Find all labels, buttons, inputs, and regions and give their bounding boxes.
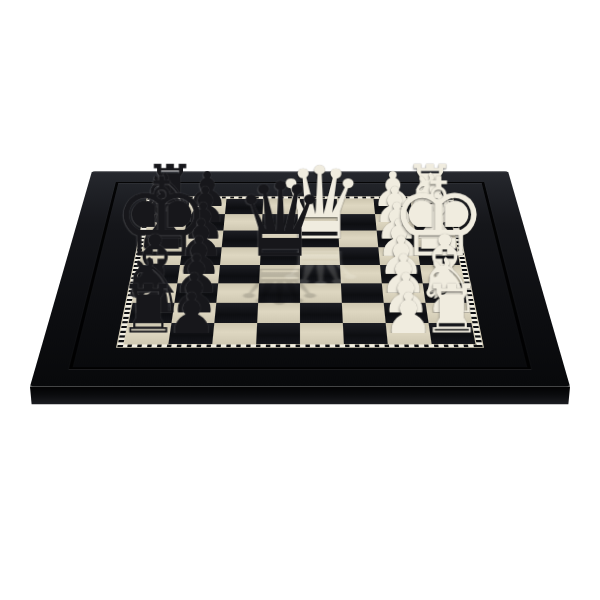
piece-white-pawn-g2: ♟ <box>338 180 452 229</box>
square-e1 <box>417 247 460 265</box>
piece-white-rook-h1: ♜ <box>374 158 485 216</box>
square-c6 <box>216 283 259 302</box>
cell-e8: ♚ <box>140 247 183 265</box>
piece-black-pawn-f7: ♟ <box>145 196 261 246</box>
cell-e7: ♟ <box>180 247 222 265</box>
square-f3 <box>338 231 378 248</box>
square-g3 <box>338 214 377 230</box>
square-a5 <box>256 323 300 344</box>
cell-h8: ♜ <box>150 199 190 215</box>
cell-h7: ♟ <box>187 199 226 215</box>
cell-g1: ♞ <box>413 214 454 230</box>
square-a8 <box>125 323 172 344</box>
piece-white-king-e1: ♚ <box>379 164 498 273</box>
chess-set-product-photo: ♜♞♝♚♝♞♜♟♟♟♟♟♟♟♟♛♛♛♛♟♟♟♟♟♟♟♟♜♞♝♚♝♞♜ <box>0 0 600 600</box>
square-f4 <box>300 231 339 248</box>
square-h6 <box>225 199 263 215</box>
cell-h2: ♟ <box>374 199 413 215</box>
square-c7 <box>174 283 218 302</box>
cell-e5: ♛♛ <box>260 247 300 265</box>
cell-g7: ♟ <box>185 214 225 230</box>
squares-grid <box>125 199 476 344</box>
square-a1 <box>429 323 476 344</box>
square-e4 <box>300 247 340 265</box>
square-b1 <box>426 303 472 323</box>
frame-gloss-highlight <box>93 171 506 172</box>
square-d7 <box>177 265 220 283</box>
piece-white-queen-f4: ♛ <box>261 153 377 254</box>
square-b5 <box>257 303 300 323</box>
square-a7 <box>168 323 214 344</box>
piece-white-pawn-f2: ♟ <box>339 196 455 246</box>
square-g4 <box>300 214 338 230</box>
piece-white-bishop-f1: ♝ <box>377 175 493 251</box>
square-f5 <box>261 231 300 248</box>
square-b4 <box>300 303 343 323</box>
square-g8 <box>147 214 188 230</box>
piece-black-knight-g8: ♞ <box>110 164 224 232</box>
cell-g2: ♟ <box>375 214 415 230</box>
square-g2 <box>375 214 415 230</box>
square-e7 <box>180 247 222 265</box>
piece-black-king-e8: ♚ <box>102 164 221 273</box>
square-a4 <box>300 323 344 344</box>
square-b6 <box>214 303 258 323</box>
square-e8 <box>140 247 183 265</box>
cell-e1: ♚ <box>417 247 460 265</box>
square-h1 <box>410 199 450 215</box>
square-c4 <box>300 283 342 302</box>
cell-f7: ♟ <box>183 231 224 248</box>
square-b2 <box>384 303 429 323</box>
square-f8 <box>143 231 185 248</box>
square-g5 <box>262 214 300 230</box>
square-h2 <box>374 199 413 215</box>
square-e5 <box>260 247 300 265</box>
square-g6 <box>223 214 262 230</box>
playing-area: ♜♞♝♚♝♞♜♟♟♟♟♟♟♟♟♛♛♛♛♟♟♟♟♟♟♟♟♜♞♝♚♝♞♜ <box>116 196 484 348</box>
square-g1 <box>413 214 454 230</box>
cell-e2: ♟ <box>378 247 420 265</box>
cell-h1: ♜ <box>410 199 450 215</box>
decorative-border-top <box>148 197 453 199</box>
square-d2 <box>380 265 423 283</box>
piece-white-pawn-h2: ♟ <box>337 165 448 213</box>
square-f1 <box>415 231 457 248</box>
square-c2 <box>382 283 426 302</box>
square-b3 <box>342 303 386 323</box>
square-c5 <box>258 283 300 302</box>
cell-f8: ♝ <box>143 231 185 248</box>
square-c8 <box>133 283 178 302</box>
square-g7 <box>185 214 225 230</box>
cell-f1: ♝ <box>415 231 457 248</box>
square-c3 <box>341 283 384 302</box>
square-d3 <box>340 265 382 283</box>
cell-g8: ♞ <box>147 214 188 230</box>
square-h5 <box>262 199 300 215</box>
square-d8 <box>136 265 180 283</box>
square-h8 <box>150 199 190 215</box>
piece-white-knight-g1: ♞ <box>376 164 490 232</box>
square-h7 <box>187 199 226 215</box>
square-e2 <box>378 247 420 265</box>
cell-f2: ♟ <box>377 231 418 248</box>
piece-black-pawn-e7: ♟ <box>142 212 261 263</box>
piece-black-pawn-h7: ♟ <box>151 165 262 213</box>
piece-black-rook-h8: ♜ <box>114 158 225 216</box>
cell-f4: ♛♛ <box>300 231 339 248</box>
square-c1 <box>423 283 468 302</box>
square-d6 <box>218 265 260 283</box>
square-f6 <box>222 231 262 248</box>
piece-white-pawn-e2: ♟ <box>340 212 459 263</box>
square-b8 <box>129 303 175 323</box>
square-h3 <box>337 199 375 215</box>
perspective-stage: ♜♞♝♚♝♞♜♟♟♟♟♟♟♟♟♛♛♛♛♟♟♟♟♟♟♟♟♜♞♝♚♝♞♜ <box>0 0 600 600</box>
square-e3 <box>339 247 380 265</box>
square-d5 <box>259 265 300 283</box>
piece-black-pawn-g7: ♟ <box>148 180 262 229</box>
piece-black-bishop-f8: ♝ <box>106 175 222 251</box>
square-a6 <box>212 323 257 344</box>
square-d4 <box>300 265 341 283</box>
square-a3 <box>343 323 388 344</box>
square-f7 <box>183 231 224 248</box>
square-d1 <box>420 265 464 283</box>
decorative-border-bottom <box>117 345 482 348</box>
piece-black-queen-e5: ♛ <box>221 169 340 272</box>
square-a2 <box>386 323 432 344</box>
square-h4 <box>300 199 338 215</box>
board-front-edge <box>30 387 570 405</box>
square-e6 <box>220 247 261 265</box>
square-f2 <box>377 231 418 248</box>
chess-board: ♜♞♝♚♝♞♜♟♟♟♟♟♟♟♟♛♛♛♛♟♟♟♟♟♟♟♟♜♞♝♚♝♞♜ <box>30 171 570 386</box>
square-b7 <box>171 303 216 323</box>
